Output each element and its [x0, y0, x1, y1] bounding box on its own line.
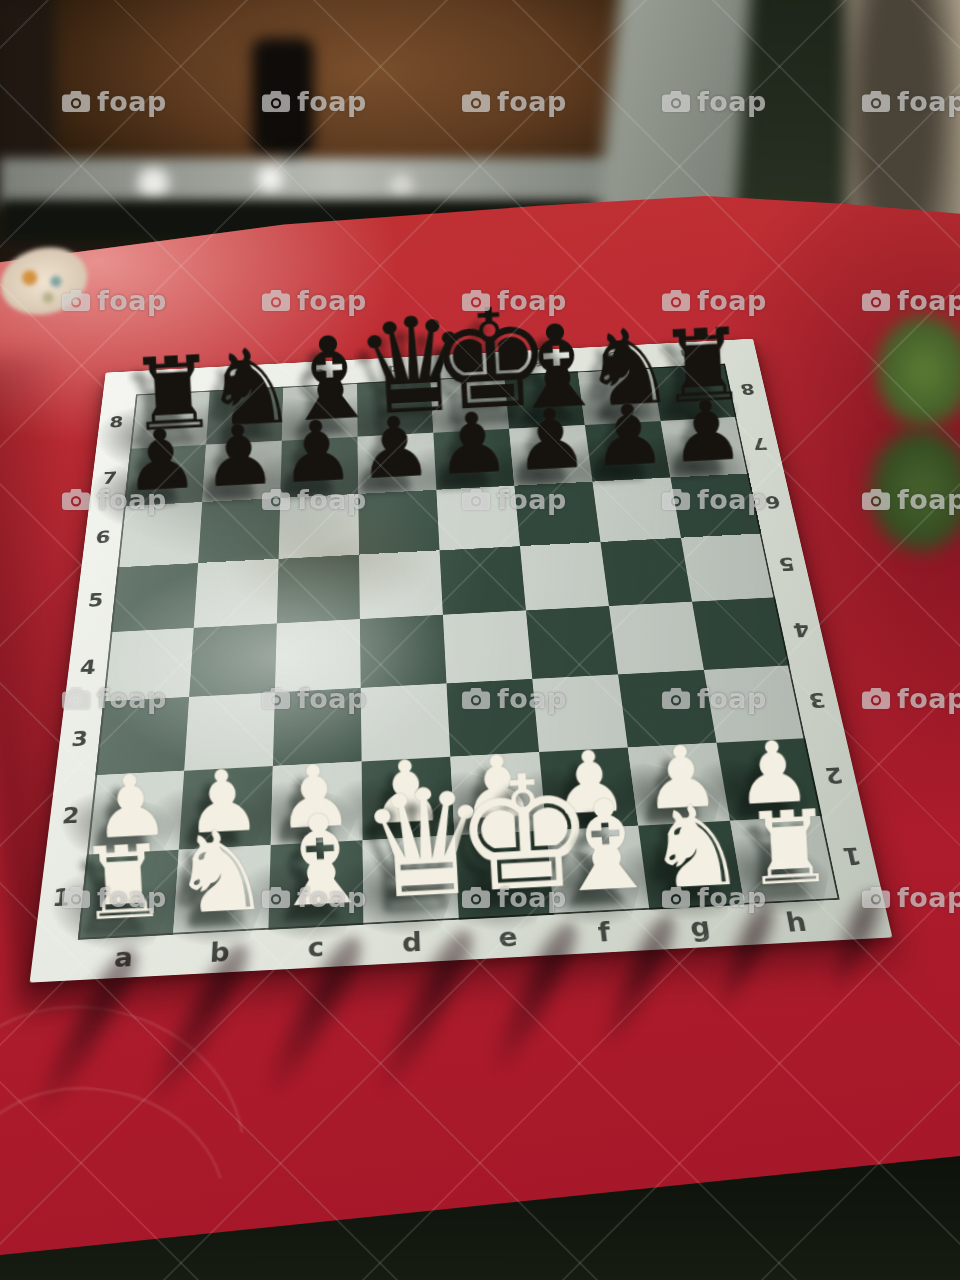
piece-white-bishop[interactable]: ♝: [262, 798, 364, 927]
square-c7[interactable]: ♟: [280, 437, 358, 498]
piece-white-bishop[interactable]: ♝: [547, 783, 649, 912]
square-e7[interactable]: ♟: [433, 429, 514, 490]
square-f5[interactable]: [520, 542, 609, 610]
file-label-bottom-c: c: [267, 925, 364, 970]
square-a5[interactable]: [111, 563, 198, 632]
square-g4[interactable]: [609, 602, 704, 675]
piece-black-pawn[interactable]: ♟: [510, 396, 592, 484]
square-f7[interactable]: ♟: [509, 425, 592, 486]
camera-icon: [62, 91, 90, 112]
watermark-text: foap: [897, 683, 960, 714]
square-b4[interactable]: [189, 623, 277, 696]
file-label-bottom-f: f: [554, 910, 655, 955]
square-g1[interactable]: ♞: [638, 821, 744, 910]
watermark-text: foap: [897, 285, 960, 316]
square-f4[interactable]: [526, 606, 618, 679]
square-g6[interactable]: [592, 478, 680, 542]
square-b6[interactable]: [198, 498, 280, 563]
file-label-bottom-d: d: [364, 920, 461, 965]
piece-black-pawn[interactable]: ♟: [354, 404, 436, 492]
table-scratch: [0, 970, 276, 1280]
square-a1[interactable]: ♜: [78, 850, 179, 940]
square-b1[interactable]: ♞: [173, 845, 271, 935]
square-f1[interactable]: ♝: [546, 826, 649, 915]
table-scratch: [0, 1068, 242, 1280]
file-label-bottom-e: e: [459, 915, 558, 960]
board-sheet: abcdefgh8♜♞♝♛♚♝♞♜87♟♟♟♟♟♟♟♟7665544332♟♟♟…: [30, 339, 893, 983]
square-c5[interactable]: [277, 555, 360, 624]
piece-black-pawn[interactable]: ♟: [120, 416, 202, 504]
piece-black-pawn[interactable]: ♟: [588, 392, 670, 480]
square-c6[interactable]: [279, 494, 359, 559]
foliage-blur: [870, 428, 960, 552]
piece-white-knight[interactable]: ♞: [168, 814, 269, 931]
square-a7[interactable]: ♟: [124, 445, 206, 506]
square-g5[interactable]: [600, 538, 692, 606]
square-d6[interactable]: [358, 490, 439, 555]
square-e6[interactable]: [436, 486, 520, 551]
piece-black-pawn[interactable]: ♟: [276, 408, 358, 496]
square-b7[interactable]: ♟: [202, 441, 282, 502]
watermark-text: foap: [897, 86, 960, 117]
file-label-bottom-g: g: [649, 905, 751, 950]
board-border-corner: [30, 940, 78, 983]
square-e1[interactable]: ♚: [454, 831, 554, 920]
square-e5[interactable]: [440, 546, 526, 615]
foliage-blur: [876, 315, 960, 427]
piece-black-pawn[interactable]: ♟: [198, 412, 280, 500]
square-d5[interactable]: [359, 550, 443, 619]
watermark-text: foap: [897, 484, 960, 515]
foap-watermark: foap: [862, 484, 960, 515]
file-label-bottom-a: a: [74, 935, 174, 981]
square-h7[interactable]: ♟: [661, 417, 749, 478]
file-label-bottom-b: b: [170, 930, 268, 976]
square-g7[interactable]: ♟: [585, 421, 671, 482]
square-d7[interactable]: ♟: [358, 433, 437, 494]
square-c4[interactable]: [275, 619, 361, 692]
chess-board: abcdefgh8♜♞♝♛♚♝♞♜87♟♟♟♟♟♟♟♟7665544332♟♟♟…: [0, 75, 892, 983]
square-b5[interactable]: [194, 559, 279, 628]
photo-scene: abcdefgh8♜♞♝♛♚♝♞♜87♟♟♟♟♟♟♟♟7665544332♟♟♟…: [0, 0, 960, 1280]
piece-white-rook[interactable]: ♜: [739, 796, 839, 901]
square-h6[interactable]: [670, 473, 761, 537]
foap-watermark: foap: [862, 86, 960, 117]
camera-icon: [862, 91, 890, 112]
square-d4[interactable]: [360, 615, 447, 688]
square-a6[interactable]: [118, 502, 203, 567]
background-tan-wall: [845, 0, 960, 420]
square-h1[interactable]: ♜: [730, 816, 840, 905]
piece-black-pawn[interactable]: ♟: [666, 387, 748, 475]
piece-white-knight[interactable]: ♞: [643, 789, 744, 906]
board-perspective: abcdefgh8♜♞♝♛♚♝♞♜87♟♟♟♟♟♟♟♟7665544332♟♟♟…: [30, 339, 893, 983]
file-label-bottom-h: h: [745, 900, 849, 945]
piece-white-king[interactable]: ♚: [450, 754, 553, 916]
square-a4[interactable]: [103, 628, 193, 702]
square-d1[interactable]: ♛: [363, 835, 459, 924]
square-h5[interactable]: [681, 533, 775, 601]
piece-black-pawn[interactable]: ♟: [432, 400, 514, 488]
piece-white-rook[interactable]: ♜: [73, 831, 173, 936]
square-h4[interactable]: [692, 597, 790, 670]
table-edge-shadow: [0, 1142, 960, 1280]
watermark-text: foap: [897, 882, 960, 913]
piece-white-queen[interactable]: ♛: [356, 769, 459, 921]
foap-watermark: foap: [862, 285, 960, 316]
square-c1[interactable]: ♝: [268, 840, 363, 930]
camera-icon: [862, 290, 890, 311]
square-f6[interactable]: [514, 482, 600, 546]
board-border-corner: [840, 897, 893, 939]
square-e4[interactable]: [443, 610, 532, 683]
